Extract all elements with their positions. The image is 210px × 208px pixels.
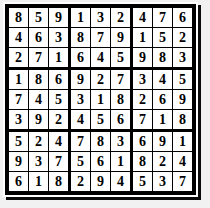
sudoku-cell-r7c3[interactable]: 4 [49, 130, 68, 151]
sudoku-cell-r5c1[interactable]: 7 [9, 90, 28, 109]
sudoku-cell-r7c8[interactable]: 9 [153, 130, 172, 151]
sudoku-cell-r7c7[interactable]: 6 [131, 130, 152, 151]
sudoku-cell-r3c6[interactable]: 5 [111, 48, 130, 67]
sudoku-cell-r7c9[interactable]: 1 [173, 130, 192, 151]
sudoku-cell-r2c6[interactable]: 9 [111, 28, 130, 47]
sudoku-cell-r3c5[interactable]: 4 [91, 48, 110, 67]
sudoku-cell-r5c6[interactable]: 8 [111, 90, 130, 109]
sudoku-cell-r1c4[interactable]: 1 [69, 8, 90, 27]
sudoku-cell-r2c8[interactable]: 5 [153, 28, 172, 47]
sudoku-cell-r2c3[interactable]: 3 [49, 28, 68, 47]
sudoku-cell-r5c2[interactable]: 4 [29, 90, 48, 109]
sudoku-cell-r6c5[interactable]: 5 [91, 110, 110, 129]
sudoku-cell-r6c9[interactable]: 8 [173, 110, 192, 129]
sudoku-cell-r3c3[interactable]: 1 [49, 48, 68, 67]
sudoku-cell-r8c4[interactable]: 5 [69, 152, 90, 171]
sudoku-cell-r1c7[interactable]: 4 [131, 8, 152, 27]
sudoku-cell-r5c9[interactable]: 9 [173, 90, 192, 109]
sudoku-cell-r8c8[interactable]: 2 [153, 152, 172, 171]
sudoku-cell-r9c2[interactable]: 1 [29, 172, 48, 191]
sudoku-cell-r2c7[interactable]: 1 [131, 28, 152, 47]
sudoku-cell-r9c6[interactable]: 4 [111, 172, 130, 191]
sudoku-cell-r1c3[interactable]: 9 [49, 8, 68, 27]
sudoku-cell-r9c7[interactable]: 5 [131, 172, 152, 191]
sudoku-cell-r4c8[interactable]: 4 [153, 68, 172, 89]
sudoku-cell-r7c5[interactable]: 8 [91, 130, 110, 151]
sudoku-cell-r7c4[interactable]: 7 [69, 130, 90, 151]
sudoku-cell-r3c9[interactable]: 3 [173, 48, 192, 67]
sudoku-cell-r8c6[interactable]: 1 [111, 152, 130, 171]
sudoku-cell-r4c3[interactable]: 6 [49, 68, 68, 89]
sudoku-cell-r1c9[interactable]: 6 [173, 8, 192, 27]
sudoku-cell-r6c2[interactable]: 9 [29, 110, 48, 129]
sudoku-cell-r1c8[interactable]: 7 [153, 8, 172, 27]
sudoku-cell-r1c2[interactable]: 5 [29, 8, 48, 27]
sudoku-cell-r3c1[interactable]: 2 [9, 48, 28, 67]
sudoku-cell-r6c7[interactable]: 7 [131, 110, 152, 129]
sudoku-cell-r1c5[interactable]: 3 [91, 8, 110, 27]
sudoku-cell-r4c7[interactable]: 3 [131, 68, 152, 89]
sudoku-cell-r4c5[interactable]: 2 [91, 68, 110, 89]
sudoku-cell-r3c8[interactable]: 8 [153, 48, 172, 67]
sudoku-cell-r8c9[interactable]: 4 [173, 152, 192, 171]
sudoku-cell-r3c2[interactable]: 7 [29, 48, 48, 67]
sudoku-cell-r4c9[interactable]: 5 [173, 68, 192, 89]
sudoku-cell-r8c1[interactable]: 9 [9, 152, 28, 171]
sudoku-cell-r5c3[interactable]: 5 [49, 90, 68, 109]
sudoku-frame: 8591324764638791522716459831869273457453… [3, 2, 198, 197]
sudoku-cell-r8c3[interactable]: 7 [49, 152, 68, 171]
sudoku-cell-r4c4[interactable]: 9 [69, 68, 90, 89]
sudoku-cell-r9c9[interactable]: 7 [173, 172, 192, 191]
sudoku-cell-r3c7[interactable]: 9 [131, 48, 152, 67]
sudoku-cell-r9c8[interactable]: 3 [153, 172, 172, 191]
sudoku-cell-r2c5[interactable]: 7 [91, 28, 110, 47]
sudoku-cell-r8c5[interactable]: 6 [91, 152, 110, 171]
sudoku-cell-r5c7[interactable]: 2 [131, 90, 152, 109]
sudoku-cell-r9c5[interactable]: 9 [91, 172, 110, 191]
sudoku-cell-r6c3[interactable]: 2 [49, 110, 68, 129]
sudoku-cell-r2c9[interactable]: 2 [173, 28, 192, 47]
sudoku-cell-r9c3[interactable]: 8 [49, 172, 68, 191]
sudoku-cell-r5c5[interactable]: 1 [91, 90, 110, 109]
sudoku-cell-r5c4[interactable]: 3 [69, 90, 90, 109]
sudoku-cell-r3c4[interactable]: 6 [69, 48, 90, 67]
page-background: 8591324764638791522716459831869273457453… [0, 0, 210, 197]
sudoku-cell-r2c4[interactable]: 8 [69, 28, 90, 47]
sudoku-cell-r2c2[interactable]: 6 [29, 28, 48, 47]
sudoku-cell-r6c8[interactable]: 1 [153, 110, 172, 129]
sudoku-cell-r7c1[interactable]: 5 [9, 130, 28, 151]
sudoku-cell-r7c6[interactable]: 3 [111, 130, 130, 151]
sudoku-cell-r5c8[interactable]: 6 [153, 90, 172, 109]
sudoku-cell-r4c1[interactable]: 1 [9, 68, 28, 89]
sudoku-cell-r6c4[interactable]: 4 [69, 110, 90, 129]
sudoku-cell-r9c4[interactable]: 2 [69, 172, 90, 191]
sudoku-cell-r1c1[interactable]: 8 [9, 8, 28, 27]
sudoku-cell-r4c2[interactable]: 8 [29, 68, 48, 89]
sudoku-cell-r7c2[interactable]: 2 [29, 130, 48, 151]
sudoku-cell-r1c6[interactable]: 2 [111, 8, 130, 27]
sudoku-cell-r4c6[interactable]: 7 [111, 68, 130, 89]
sudoku-cell-r8c2[interactable]: 3 [29, 152, 48, 171]
sudoku-cell-r8c7[interactable]: 8 [131, 152, 152, 171]
sudoku-board: 8591324764638791522716459831869273457453… [5, 4, 196, 195]
sudoku-cell-r6c1[interactable]: 3 [9, 110, 28, 129]
sudoku-cell-r2c1[interactable]: 4 [9, 28, 28, 47]
sudoku-cell-r9c1[interactable]: 6 [9, 172, 28, 191]
sudoku-cell-r6c6[interactable]: 6 [111, 110, 130, 129]
